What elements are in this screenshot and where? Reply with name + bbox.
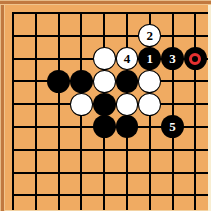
board-cell-c3r4[interactable] — [47, 70, 70, 93]
board-cell-c4r4[interactable] — [70, 70, 93, 93]
move-number-label: 5 — [169, 120, 176, 133]
board-cell-c8r2[interactable] — [161, 24, 184, 47]
board-cell-c8r6[interactable]: 5 — [161, 116, 184, 139]
board-cell-c6r8[interactable] — [116, 161, 139, 184]
white-stone: 4 — [116, 47, 139, 70]
board-cell-c5r7[interactable] — [93, 138, 116, 161]
board-cell-c8r5[interactable] — [161, 93, 184, 116]
board-cell-c4r6[interactable] — [70, 116, 93, 139]
board-cell-c9r3[interactable] — [184, 47, 207, 70]
board-cell-c5r6[interactable] — [93, 116, 116, 139]
board-cell-c2r3[interactable] — [24, 47, 47, 70]
black-stone — [116, 70, 139, 93]
white-stone — [93, 47, 116, 70]
board-cell-c1r7[interactable] — [2, 138, 25, 161]
board-cell-c2r7[interactable] — [24, 138, 47, 161]
board-cell-c1r2[interactable] — [2, 24, 25, 47]
board-cell-c5r8[interactable] — [93, 161, 116, 184]
board-cell-c3r5[interactable] — [47, 93, 70, 116]
board-cell-c6r7[interactable] — [116, 138, 139, 161]
board-cell-c7r6[interactable] — [138, 116, 161, 139]
board-cell-c1r1[interactable] — [2, 2, 25, 25]
board-cell-c4r3[interactable] — [70, 47, 93, 70]
board-cell-c6r2[interactable] — [116, 24, 139, 47]
board-cell-c6r6[interactable] — [116, 116, 139, 139]
board-cell-c4r8[interactable] — [70, 161, 93, 184]
black-stone: 3 — [161, 47, 184, 70]
black-stone — [184, 47, 207, 70]
board-cell-c3r6[interactable] — [47, 116, 70, 139]
white-stone — [116, 93, 139, 116]
board-cell-c3r2[interactable] — [47, 24, 70, 47]
board-cell-c2r4[interactable] — [24, 70, 47, 93]
board-cell-c4r7[interactable] — [70, 138, 93, 161]
board-cell-c6r4[interactable] — [116, 70, 139, 93]
board-edge-top — [0, 0, 211, 5]
white-stone — [93, 70, 116, 93]
board-cell-c9r2[interactable] — [184, 24, 207, 47]
move-number-label: 4 — [124, 52, 131, 65]
board-cell-c8r1[interactable] — [161, 2, 184, 25]
board-cell-c7r9[interactable] — [138, 184, 161, 207]
black-stone — [116, 115, 139, 138]
board-cell-c5r4[interactable] — [93, 70, 116, 93]
black-stone — [93, 93, 116, 116]
board-cell-c9r1[interactable] — [184, 2, 207, 25]
move-number-label: 1 — [147, 52, 154, 65]
board-cell-c7r8[interactable] — [138, 161, 161, 184]
crop-strip-right — [208, 5, 211, 211]
board-cell-c1r8[interactable] — [2, 161, 25, 184]
board-cell-c9r5[interactable] — [184, 93, 207, 116]
board-cell-c8r8[interactable] — [161, 161, 184, 184]
board-edge-left — [0, 0, 5, 211]
move-number-label: 2 — [147, 29, 154, 42]
board-cell-c7r1[interactable] — [138, 2, 161, 25]
board-cell-c2r6[interactable] — [24, 116, 47, 139]
board-cell-c2r1[interactable] — [24, 2, 47, 25]
black-stone — [93, 115, 116, 138]
board-cell-c7r2[interactable]: 2 — [138, 24, 161, 47]
board-cell-c6r5[interactable] — [116, 93, 139, 116]
board-cell-c1r4[interactable] — [2, 70, 25, 93]
board-cell-c4r2[interactable] — [70, 24, 93, 47]
go-board: 24135 — [0, 0, 211, 211]
board-cell-c6r1[interactable] — [116, 2, 139, 25]
board-cell-c5r5[interactable] — [93, 93, 116, 116]
board-cell-c7r3[interactable]: 1 — [138, 47, 161, 70]
board-cell-c4r1[interactable] — [70, 2, 93, 25]
board-cell-c5r3[interactable] — [93, 47, 116, 70]
board-cell-c4r9[interactable] — [70, 184, 93, 207]
black-stone: 5 — [161, 115, 184, 138]
board-cell-c2r2[interactable] — [24, 24, 47, 47]
red-circle-marker — [189, 53, 201, 65]
board-cell-c7r5[interactable] — [138, 93, 161, 116]
board-cell-c9r9[interactable] — [184, 184, 207, 207]
white-stone — [138, 93, 161, 116]
board-cell-c8r9[interactable] — [161, 184, 184, 207]
board-cell-c8r3[interactable]: 3 — [161, 47, 184, 70]
black-stone — [47, 70, 70, 93]
board-cell-c5r1[interactable] — [93, 2, 116, 25]
board-cell-c3r9[interactable] — [47, 184, 70, 207]
board-cell-c5r9[interactable] — [93, 184, 116, 207]
board-cell-c9r7[interactable] — [184, 138, 207, 161]
board-cell-c1r3[interactable] — [2, 47, 25, 70]
board-cell-c2r9[interactable] — [24, 184, 47, 207]
black-stone: 1 — [138, 47, 161, 70]
board-cell-c5r2[interactable] — [93, 24, 116, 47]
crop-strip-bottom — [5, 210, 208, 211]
board-cell-c6r9[interactable] — [116, 184, 139, 207]
board-cell-c2r8[interactable] — [24, 161, 47, 184]
board-cell-c3r7[interactable] — [47, 138, 70, 161]
board-cell-c9r6[interactable] — [184, 116, 207, 139]
board-cell-c7r7[interactable] — [138, 138, 161, 161]
board-cell-c3r8[interactable] — [47, 161, 70, 184]
board-cell-c1r6[interactable] — [2, 116, 25, 139]
board-cell-c4r5[interactable] — [70, 93, 93, 116]
board-cell-c3r3[interactable] — [47, 47, 70, 70]
board-cell-c1r5[interactable] — [2, 93, 25, 116]
board-cell-c9r4[interactable] — [184, 70, 207, 93]
board-cell-c1r9[interactable] — [2, 184, 25, 207]
board-cell-c7r4[interactable] — [138, 70, 161, 93]
board-cell-c8r4[interactable] — [161, 70, 184, 93]
black-stone — [70, 70, 93, 93]
board-cell-c9r8[interactable] — [184, 161, 207, 184]
board-cell-c3r1[interactable] — [47, 2, 70, 25]
move-number-label: 3 — [169, 52, 176, 65]
white-stone: 2 — [138, 24, 161, 47]
board-cell-c8r7[interactable] — [161, 138, 184, 161]
board-cell-c6r3[interactable]: 4 — [116, 47, 139, 70]
white-stone — [70, 93, 93, 116]
board-cell-c2r5[interactable] — [24, 93, 47, 116]
go-grid: 24135 — [2, 2, 207, 207]
white-stone — [138, 70, 161, 93]
